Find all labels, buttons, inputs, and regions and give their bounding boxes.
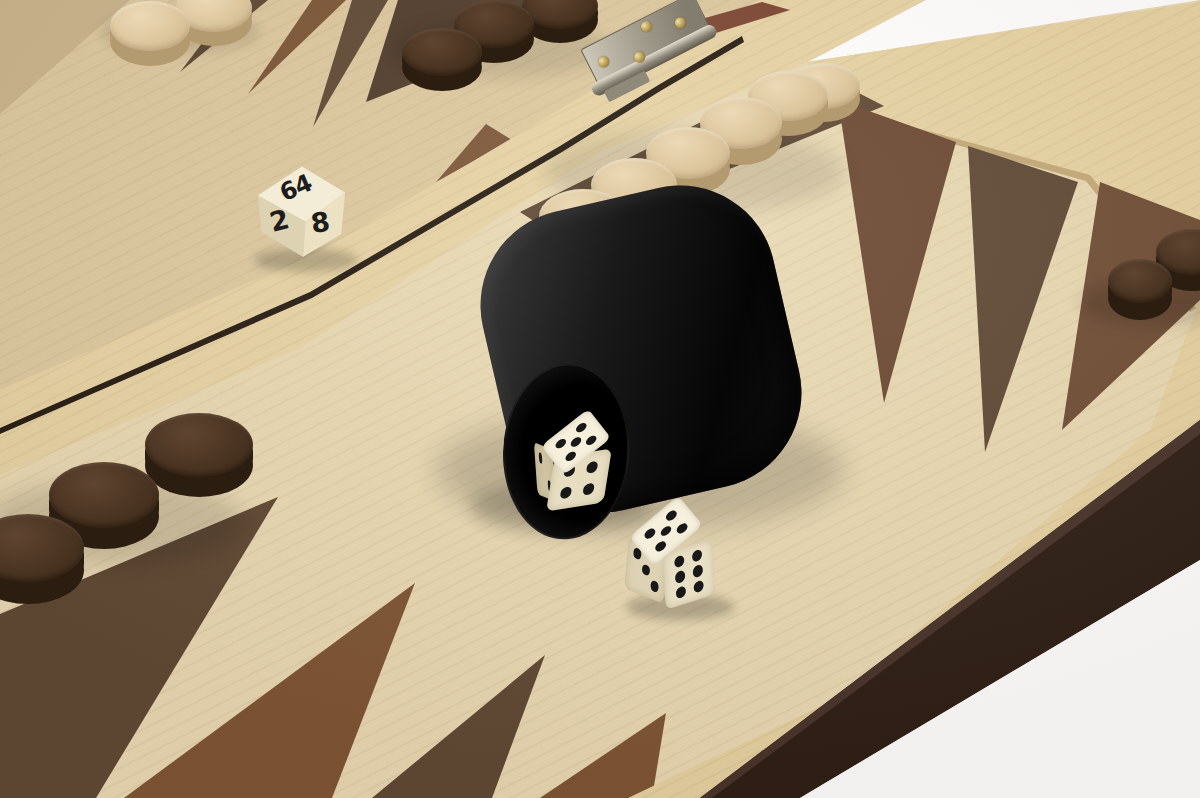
die-pip xyxy=(693,580,703,594)
die-pip xyxy=(664,508,679,522)
doubling-cube: 64 2 8 xyxy=(252,156,348,260)
die-pip xyxy=(559,486,572,499)
checker-part xyxy=(1108,259,1172,303)
die-pip xyxy=(586,461,599,474)
die-pip xyxy=(538,452,542,464)
die-pip xyxy=(653,539,668,553)
die-pip xyxy=(574,421,588,434)
dark-checker xyxy=(145,413,253,497)
die-pip xyxy=(676,585,686,599)
backgammon-case-photo: 64 2 8 xyxy=(0,0,1200,798)
die-pip xyxy=(693,564,703,578)
light-checker xyxy=(110,1,190,66)
dark-checker xyxy=(402,28,482,91)
die-pip xyxy=(582,483,595,496)
die-pip xyxy=(564,450,578,463)
die-pip xyxy=(642,563,651,576)
checker-part xyxy=(402,28,482,76)
dark-checker xyxy=(0,514,84,604)
die-pip xyxy=(642,527,657,541)
die-pip xyxy=(659,524,674,538)
die-pip xyxy=(554,437,568,450)
die-pip xyxy=(675,570,685,584)
cube-value-8: 8 xyxy=(308,206,331,240)
checker-part xyxy=(145,413,253,477)
die-pip xyxy=(675,521,690,535)
die-d2 xyxy=(622,498,737,613)
dark-checker xyxy=(1108,259,1172,320)
die-pip xyxy=(569,435,583,448)
die-pip xyxy=(674,554,684,568)
die-pip xyxy=(584,434,598,447)
checker-part xyxy=(110,1,190,51)
die-pip xyxy=(650,579,659,592)
die-pip xyxy=(692,548,702,562)
